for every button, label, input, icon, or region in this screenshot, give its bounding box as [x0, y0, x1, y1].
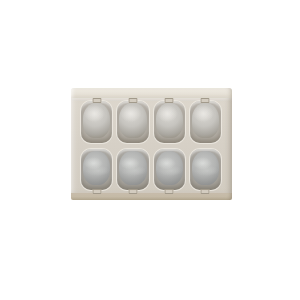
pit-r1c4[interactable] [190, 101, 221, 143]
pit-well [156, 103, 183, 138]
pit-well [83, 103, 110, 138]
rim-notch [92, 189, 101, 194]
pit-r1c3[interactable] [154, 101, 185, 143]
tray-front-face [71, 98, 232, 193]
pit-well [119, 103, 146, 138]
product-photo-canvas [0, 0, 300, 300]
pit-r2c2[interactable] [117, 149, 148, 191]
pit-well [83, 151, 110, 186]
tray-top-face [71, 88, 232, 98]
pit-well [119, 151, 146, 186]
pit-r2c1[interactable] [81, 149, 112, 191]
pit-well [156, 151, 183, 186]
rim-notch [201, 189, 210, 194]
pit-r2c3[interactable] [154, 149, 185, 191]
tray-bottom-edge [71, 193, 232, 200]
pit-well [192, 103, 219, 138]
pit-grid [81, 101, 221, 190]
mancala-tray [71, 88, 232, 200]
pit-r1c1[interactable] [81, 101, 112, 143]
rim-notch [128, 189, 137, 194]
pit-r1c2[interactable] [117, 101, 148, 143]
rim-notch [165, 189, 174, 194]
pit-well [192, 151, 219, 186]
pit-r2c4[interactable] [190, 149, 221, 191]
